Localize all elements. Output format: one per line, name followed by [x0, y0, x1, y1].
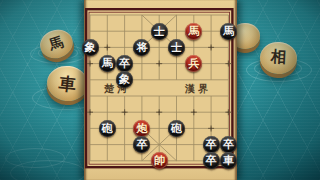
piece-red-general[interactable]: 帥 [151, 152, 168, 169]
piece-grid: 士馬馬象将士馬卒兵象砲炮砲卒卒卒帥卒車 [81, 7, 237, 169]
piece-red-soldier[interactable]: 兵 [185, 55, 202, 72]
piece-red-horse[interactable]: 馬 [185, 23, 202, 40]
piece-black-soldier[interactable]: 卒 [133, 136, 150, 153]
piece-black-elephant[interactable]: 象 [82, 39, 99, 56]
piece-black-soldier[interactable]: 卒 [203, 136, 220, 153]
piece-black-soldier[interactable]: 卒 [116, 55, 133, 72]
piece-black-soldier[interactable]: 卒 [220, 136, 237, 153]
piece-black-chariot[interactable]: 車 [220, 152, 237, 169]
piece-black-advisor[interactable]: 士 [168, 39, 185, 56]
piece-black-elephant[interactable]: 象 [116, 71, 133, 88]
xiangqi-game-screen: 馬車相 楚河 漢界 士馬馬象将士馬卒兵象砲炮砲卒卒卒帥卒車 [0, 0, 320, 180]
piece-black-horse[interactable]: 馬 [99, 55, 116, 72]
piece-black-cannon[interactable]: 砲 [168, 120, 185, 137]
piece-red-cannon[interactable]: 炮 [133, 120, 150, 137]
piece-black-cannon[interactable]: 砲 [99, 120, 116, 137]
xiangqi-board[interactable]: 楚河 漢界 士馬馬象将士馬卒兵象砲炮砲卒卒卒帥卒車 [84, 0, 237, 180]
piece-black-horse[interactable]: 馬 [220, 23, 237, 40]
piece-black-general[interactable]: 将 [133, 39, 150, 56]
piece-black-soldier[interactable]: 卒 [203, 152, 220, 169]
ripple [10, 160, 86, 180]
piece-black-advisor[interactable]: 士 [151, 23, 168, 40]
